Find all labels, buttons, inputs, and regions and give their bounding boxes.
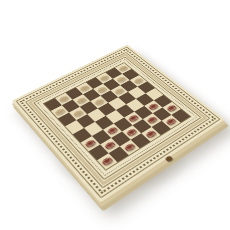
photo-background: ⛂⛂⛂⛂⛂⛂⛂⛂⛂⛂⛂⛂⛂⛂⛂⛂⛂⛂⛂⛂⛂⛂⛂⛂: [0, 0, 230, 230]
